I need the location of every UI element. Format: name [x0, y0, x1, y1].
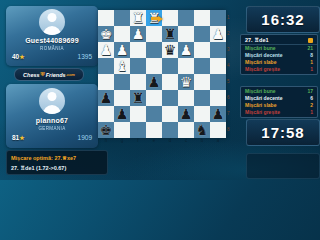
square-e5[interactable]: ♟ [146, 74, 162, 90]
square-g2[interactable] [114, 26, 130, 42]
square-b3[interactable] [194, 42, 210, 58]
square-a7[interactable]: ♟ [210, 106, 226, 122]
optimal-move-text: Mișcare optimă: 27.♕xe7 [11, 153, 103, 163]
square-a4[interactable] [210, 58, 226, 74]
avatar-person-icon [48, 13, 57, 22]
last-move-label: 27. ♖de1 [245, 37, 269, 43]
black-king-h8[interactable]: ♚ [98, 122, 114, 138]
square-d6[interactable] [162, 90, 178, 106]
square-f8[interactable] [130, 122, 146, 138]
player-stars: 40★ [12, 53, 25, 60]
square-f1[interactable]: ♜ [130, 10, 146, 26]
square-c8[interactable] [178, 122, 194, 138]
white-bishop-g4[interactable]: ♝ [114, 58, 130, 74]
rank-label-7: 7 [227, 106, 233, 122]
square-d4[interactable] [162, 58, 178, 74]
player-panel-top: Guest44089699 ROMÂNIA 40★ 1395 [6, 6, 98, 66]
square-e3[interactable] [146, 42, 162, 58]
square-a3[interactable] [210, 42, 226, 58]
avatar[interactable] [39, 88, 65, 114]
square-h3[interactable]: ♟ [98, 42, 114, 58]
chess-board[interactable]: ♜♜♚♟♜♟♟♟♛♟♝♟♛♟♜♟♟♟♚♞ [98, 10, 226, 138]
rank-label-8: 8 [227, 122, 233, 138]
black-pawn-e5[interactable]: ♟ [146, 74, 162, 90]
square-h2[interactable]: ♚ [98, 26, 114, 42]
square-c4[interactable] [178, 58, 194, 74]
rank-label-4: 4 [227, 58, 233, 74]
square-d3[interactable]: ♛ [162, 42, 178, 58]
avatar-person-icon [48, 92, 57, 101]
square-b2[interactable] [194, 26, 210, 42]
player-rating: 1395 [78, 53, 92, 60]
square-h7[interactable] [98, 106, 114, 122]
file-label-a: a [210, 138, 226, 144]
stat-row: Mișcări bune 17 [241, 88, 317, 95]
square-f4[interactable] [130, 58, 146, 74]
board-file-labels: hgfedcba [98, 138, 226, 144]
logo-text-dotcom: .com [66, 72, 75, 77]
square-b5[interactable] [194, 74, 210, 90]
square-h5[interactable] [98, 74, 114, 90]
rank-label-5: 5 [227, 74, 233, 90]
stat-row: Mișcări greșite 1 [241, 109, 317, 116]
rank-label-2: 2 [227, 26, 233, 42]
played-move-eval-text: 27. ♖de1 (1.72->0.67) [11, 163, 103, 173]
move-stats-panel-bottom: Mișcări bune 17 Mișcări decente 6 Mișcăr… [240, 86, 318, 118]
star-icon: ★ [19, 54, 24, 60]
file-label-h: h [98, 138, 114, 144]
player-name[interactable]: Guest44089699 [6, 37, 98, 44]
square-f5[interactable] [130, 74, 146, 90]
rank-label-1: 1 [227, 10, 233, 26]
clock-bottom: 17:58 [246, 119, 320, 146]
clock-top: 16:32 [246, 6, 320, 33]
square-c7[interactable]: ♟ [178, 106, 194, 122]
stat-row: Mișcări decente 6 [241, 95, 317, 102]
white-rook-f1[interactable]: ♜ [130, 10, 146, 26]
square-a6[interactable] [210, 90, 226, 106]
square-g1[interactable] [114, 10, 130, 26]
white-king-h2[interactable]: ♚ [98, 26, 114, 42]
square-e7[interactable] [146, 106, 162, 122]
square-g5[interactable] [114, 74, 130, 90]
avatar-person-icon [43, 105, 61, 114]
square-a2[interactable]: ♟ [210, 26, 226, 42]
file-label-d: d [162, 138, 178, 144]
square-e8[interactable] [146, 122, 162, 138]
square-a5[interactable] [210, 74, 226, 90]
square-g8[interactable] [114, 122, 130, 138]
square-c1[interactable] [178, 10, 194, 26]
rank-label-6: 6 [227, 90, 233, 106]
stat-row: Mișcări slabe 1 [241, 59, 317, 66]
avatar[interactable] [39, 9, 65, 35]
move-stats-panel-top: 27. ♖de1 Mișcări bune 21 Mișcări decente… [240, 34, 318, 75]
player-stars: 81★ [12, 134, 25, 141]
file-label-g: g [114, 138, 130, 144]
move-arrow-icon [151, 16, 163, 22]
square-d2[interactable]: ♜ [162, 26, 178, 42]
square-d5[interactable] [162, 74, 178, 90]
player-country: GERMANIA [6, 126, 98, 131]
square-c2[interactable] [178, 26, 194, 42]
white-pawn-f2[interactable]: ♟ [130, 26, 146, 42]
file-label-b: b [194, 138, 210, 144]
stat-row: Mișcări slabe 2 [241, 102, 317, 109]
stat-row: Mișcări greșite 1 [241, 66, 317, 73]
black-pawn-a7[interactable]: ♟ [210, 106, 226, 122]
square-h1[interactable] [98, 10, 114, 26]
square-e6[interactable] [146, 90, 162, 106]
black-rook-f6[interactable]: ♜ [130, 90, 146, 106]
star-icon: ★ [19, 135, 24, 141]
stat-row: Mișcări decente 8 [241, 52, 317, 59]
square-a1[interactable] [210, 10, 226, 26]
engine-analysis-panel: Mișcare optimă: 27.♕xe7 27. ♖de1 (1.72->… [6, 150, 108, 175]
square-g6[interactable] [114, 90, 130, 106]
square-e4[interactable] [146, 58, 162, 74]
square-b1[interactable] [194, 10, 210, 26]
square-h4[interactable] [98, 58, 114, 74]
black-rook-d2[interactable]: ♜ [162, 26, 178, 42]
square-c5[interactable]: ♛ [178, 74, 194, 90]
black-knight-b8[interactable]: ♞ [194, 122, 210, 138]
file-label-f: f [130, 138, 146, 144]
player-rating: 1909 [78, 134, 92, 141]
stat-row: Mișcări bune 21 [241, 45, 317, 52]
rank-label-3: 3 [227, 42, 233, 58]
square-h6[interactable]: ♟ [98, 90, 114, 106]
black-pawn-h6[interactable]: ♟ [98, 90, 114, 106]
square-h8[interactable]: ♚ [98, 122, 114, 138]
file-label-e: e [146, 138, 162, 144]
player-country: ROMÂNIA [6, 46, 98, 51]
board-rank-labels: 12345678 [227, 10, 233, 138]
square-a8[interactable] [210, 122, 226, 138]
chessfriends-logo[interactable]: Chess⛨Friends.com [14, 68, 84, 81]
square-g7[interactable]: ♟ [114, 106, 130, 122]
square-d8[interactable] [162, 122, 178, 138]
black-pawn-g7[interactable]: ♟ [114, 106, 130, 122]
white-pawn-g3[interactable]: ♟ [114, 42, 130, 58]
square-d1[interactable] [162, 10, 178, 26]
square-f6[interactable]: ♜ [130, 90, 146, 106]
square-g3[interactable]: ♟ [114, 42, 130, 58]
square-b7[interactable] [194, 106, 210, 122]
square-g4[interactable]: ♝ [114, 58, 130, 74]
player-panel-bottom: pianno67 GERMANIA 81★ 1909 [6, 84, 98, 148]
square-f3[interactable] [130, 42, 146, 58]
square-b8[interactable]: ♞ [194, 122, 210, 138]
square-b6[interactable] [194, 90, 210, 106]
square-b4[interactable] [194, 58, 210, 74]
square-f2[interactable]: ♟ [130, 26, 146, 42]
square-c3[interactable]: ♟ [178, 42, 194, 58]
square-f7[interactable] [130, 106, 146, 122]
logo-text-friends: Friends [46, 72, 66, 78]
avatar-person-icon [43, 26, 61, 35]
square-c6[interactable] [178, 90, 194, 106]
chat-panel[interactable] [246, 153, 320, 179]
white-queen-c5[interactable]: ♛ [178, 74, 194, 90]
square-d7[interactable] [162, 106, 178, 122]
white-pawn-h3[interactable]: ♟ [98, 42, 114, 58]
black-pawn-c7[interactable]: ♟ [178, 106, 194, 122]
move-quality-icon [308, 38, 313, 43]
square-e1[interactable]: ♜ [146, 10, 162, 26]
logo-text-chess: Chess [23, 72, 40, 78]
white-pawn-a2[interactable]: ♟ [210, 26, 226, 42]
player-name[interactable]: pianno67 [6, 117, 98, 124]
white-pawn-c3[interactable]: ♟ [178, 42, 194, 58]
file-label-c: c [178, 138, 194, 144]
black-queen-d3[interactable]: ♛ [162, 42, 178, 58]
square-e2[interactable] [146, 26, 162, 42]
shield-icon: ⛨ [41, 71, 45, 78]
